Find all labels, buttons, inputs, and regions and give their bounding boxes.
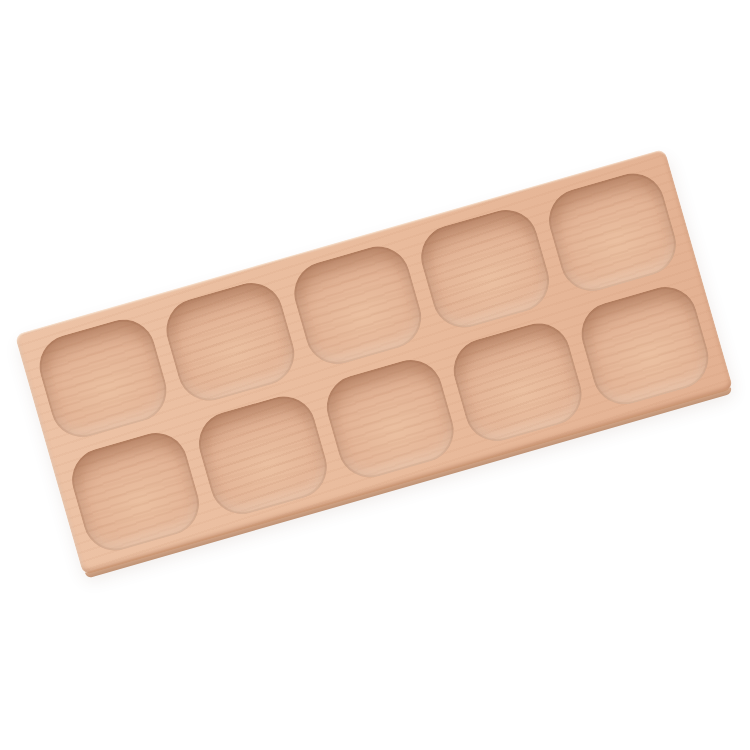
pit-r1c5[interactable] [541,166,683,299]
pit-r1c3[interactable] [286,239,428,372]
pit-r1c2[interactable] [159,275,301,408]
pit-r2c1[interactable] [64,425,206,558]
pit-r2c5[interactable] [574,279,716,412]
pit-r2c2[interactable] [192,389,334,522]
pit-r2c4[interactable] [446,316,588,449]
pit-r1c4[interactable] [414,202,556,335]
pit-r2c3[interactable] [319,352,461,485]
pit-grid [15,149,734,576]
mancala-board [15,149,734,576]
product-photo-scene [0,0,750,750]
pit-r1c1[interactable] [32,312,174,445]
